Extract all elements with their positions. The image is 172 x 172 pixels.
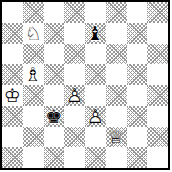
black-bishop-icon: ♝: [85, 23, 106, 44]
piece-black-king-c3[interactable]: ♚♚: [44, 106, 65, 127]
piece-white-pawn-d4[interactable]: ♟♙: [64, 85, 85, 106]
board-frame: ♞♘♝♝♝♗♚♔♟♙♚♚♟♙♛♕: [0, 0, 170, 170]
square-f5[interactable]: [106, 64, 127, 85]
piece-black-bishop-e7[interactable]: ♝♝: [85, 23, 106, 44]
square-c4[interactable]: [44, 85, 65, 106]
square-b6[interactable]: [23, 44, 44, 65]
square-f4[interactable]: [106, 85, 127, 106]
square-f6[interactable]: [106, 44, 127, 65]
square-g6[interactable]: [127, 44, 148, 65]
square-a8[interactable]: [2, 2, 23, 23]
white-queen-icon: ♕: [106, 127, 127, 148]
square-b8[interactable]: [23, 2, 44, 23]
square-h2[interactable]: [147, 127, 168, 148]
piece-white-pawn-e3[interactable]: ♟♙: [85, 106, 106, 127]
square-d7[interactable]: [64, 23, 85, 44]
square-c3[interactable]: ♚♚: [44, 106, 65, 127]
square-f2[interactable]: ♛♕: [106, 127, 127, 148]
square-h7[interactable]: [147, 23, 168, 44]
square-c6[interactable]: [44, 44, 65, 65]
square-a6[interactable]: [2, 44, 23, 65]
white-king-icon: ♔: [2, 85, 23, 106]
square-h1[interactable]: [147, 147, 168, 168]
square-e5[interactable]: [85, 64, 106, 85]
square-b5[interactable]: ♝♗: [23, 64, 44, 85]
square-a2[interactable]: [2, 127, 23, 148]
square-e6[interactable]: [85, 44, 106, 65]
square-f3[interactable]: [106, 106, 127, 127]
square-d2[interactable]: [64, 127, 85, 148]
square-e7[interactable]: ♝♝: [85, 23, 106, 44]
square-b7[interactable]: ♞♘: [23, 23, 44, 44]
black-king-icon: ♚: [44, 106, 65, 127]
square-e4[interactable]: [85, 85, 106, 106]
square-e3[interactable]: ♟♙: [85, 106, 106, 127]
white-pawn-icon: ♙: [85, 106, 106, 127]
square-g5[interactable]: [127, 64, 148, 85]
square-e2[interactable]: [85, 127, 106, 148]
square-h8[interactable]: [147, 2, 168, 23]
white-knight-icon: ♘: [23, 23, 44, 44]
square-d6[interactable]: [64, 44, 85, 65]
square-d4[interactable]: ♟♙: [64, 85, 85, 106]
square-h6[interactable]: [147, 44, 168, 65]
square-g8[interactable]: [127, 2, 148, 23]
piece-white-king-a4[interactable]: ♚♔: [2, 85, 23, 106]
square-g7[interactable]: [127, 23, 148, 44]
square-a3[interactable]: [2, 106, 23, 127]
chess-diagram: ♞♘♝♝♝♗♚♔♟♙♚♚♟♙♛♕: [0, 0, 172, 172]
chess-board[interactable]: ♞♘♝♝♝♗♚♔♟♙♚♚♟♙♛♕: [2, 2, 168, 168]
square-e1[interactable]: [85, 147, 106, 168]
square-c7[interactable]: [44, 23, 65, 44]
white-bishop-icon: ♗: [23, 64, 44, 85]
square-a4[interactable]: ♚♔: [2, 85, 23, 106]
piece-white-knight-b7[interactable]: ♞♘: [23, 23, 44, 44]
square-c8[interactable]: [44, 2, 65, 23]
square-d1[interactable]: [64, 147, 85, 168]
square-h5[interactable]: [147, 64, 168, 85]
square-b2[interactable]: [23, 127, 44, 148]
piece-white-bishop-b5[interactable]: ♝♗: [23, 64, 44, 85]
square-c2[interactable]: [44, 127, 65, 148]
square-f7[interactable]: [106, 23, 127, 44]
square-a1[interactable]: [2, 147, 23, 168]
square-g1[interactable]: [127, 147, 148, 168]
square-h4[interactable]: [147, 85, 168, 106]
square-b4[interactable]: [23, 85, 44, 106]
square-a7[interactable]: [2, 23, 23, 44]
square-b1[interactable]: [23, 147, 44, 168]
square-c1[interactable]: [44, 147, 65, 168]
piece-white-queen-f2[interactable]: ♛♕: [106, 127, 127, 148]
square-f8[interactable]: [106, 2, 127, 23]
square-f1[interactable]: [106, 147, 127, 168]
square-g2[interactable]: [127, 127, 148, 148]
square-g3[interactable]: [127, 106, 148, 127]
white-pawn-icon: ♙: [64, 85, 85, 106]
square-d5[interactable]: [64, 64, 85, 85]
square-d3[interactable]: [64, 106, 85, 127]
square-d8[interactable]: [64, 2, 85, 23]
square-b3[interactable]: [23, 106, 44, 127]
square-h3[interactable]: [147, 106, 168, 127]
square-c5[interactable]: [44, 64, 65, 85]
square-a5[interactable]: [2, 64, 23, 85]
square-e8[interactable]: [85, 2, 106, 23]
square-g4[interactable]: [127, 85, 148, 106]
